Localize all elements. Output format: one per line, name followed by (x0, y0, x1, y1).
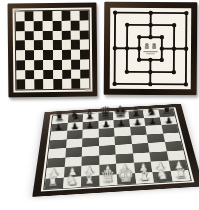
chess-square (163, 132, 181, 142)
white-pawn: ♟ (156, 161, 166, 171)
chess-square (145, 125, 162, 134)
chess-square (115, 144, 132, 154)
checkers-square (34, 70, 43, 80)
white-pawn: ♟ (85, 165, 95, 175)
black-queen: ♛ (98, 106, 112, 120)
checkers-square (43, 11, 52, 21)
checkers-square (43, 60, 52, 70)
checkers-square (52, 21, 61, 31)
checkers-square (53, 50, 62, 60)
chess-square (66, 130, 82, 139)
chess-square: ♟ (113, 119, 129, 128)
chess-square (130, 126, 147, 135)
product-photo: ♜♞♝♛♚♝♞♜♟♟♟♟♟♟♟♟♟♟♟♟♟♟♟♟♜♞♝♛♚♝♞♜ (0, 0, 199, 210)
checkers-square (71, 40, 80, 50)
black-pawn: ♟ (133, 117, 142, 126)
checkers-square (61, 30, 70, 40)
morris-center-emblem (143, 43, 158, 54)
checkers-square (44, 79, 53, 89)
checkers-square (34, 21, 43, 31)
checkers-square (62, 69, 71, 79)
checkers-square (25, 50, 34, 60)
chess-square: ♝ (81, 175, 99, 187)
checkers-board-border (13, 8, 93, 93)
checkers-square (16, 80, 25, 90)
checkers-square (34, 11, 43, 21)
chess-square: ♚ (117, 173, 136, 185)
chess-grid: ♜♞♝♛♚♝♞♜♟♟♟♟♟♟♟♟♟♟♟♟♟♟♟♟♜♞♝♛♚♝♞♜ (44, 109, 190, 190)
morris-diagram (110, 8, 192, 90)
checkers-square (71, 50, 80, 60)
checkers-square (16, 70, 25, 80)
white-pawn: ♟ (120, 163, 130, 173)
checkers-square (25, 21, 34, 31)
black-pawn: ♟ (55, 122, 64, 131)
checkers-square (80, 59, 89, 69)
black-knight: ♞ (146, 106, 157, 118)
chess-square: ♝ (135, 172, 154, 184)
black-pawn: ♟ (149, 116, 158, 125)
chess-square: ♛ (99, 174, 117, 186)
checkers-square (16, 41, 25, 51)
black-pawn: ♟ (86, 120, 95, 129)
chess-square: ♜ (170, 170, 190, 182)
checkers-square (25, 11, 34, 21)
checkers-square (44, 69, 53, 79)
checkers-square (80, 40, 89, 50)
chess-board: ♜♞♝♛♚♝♞♜♟♟♟♟♟♟♟♟♟♟♟♟♟♟♟♟♜♞♝♛♚♝♞♜ (32, 104, 199, 197)
corner-stamp (85, 89, 91, 91)
checkers-square (16, 11, 25, 21)
chess-square: ♟ (63, 166, 81, 177)
checkers-square (16, 21, 25, 31)
chess-board-border: ♜♞♝♛♚♝♞♜♟♟♟♟♟♟♟♟♟♟♟♟♟♟♟♟♜♞♝♛♚♝♞♜ (41, 107, 195, 191)
black-rook: ♜ (162, 106, 172, 117)
checkers-square (80, 30, 89, 40)
chess-square (66, 138, 83, 148)
chess-square (148, 142, 166, 152)
checkers-square (43, 40, 52, 50)
chess-square (98, 136, 115, 146)
checkers-square (34, 40, 43, 50)
black-pawn: ♟ (164, 115, 173, 124)
checkers-square (53, 69, 62, 79)
checkers-square (34, 50, 43, 60)
black-king: ♚ (113, 103, 128, 119)
checkers-square (25, 60, 34, 70)
checkers-square (80, 20, 89, 30)
chess-square: ♞ (152, 171, 172, 183)
checkers-square (80, 69, 89, 79)
white-pawn: ♟ (138, 162, 148, 172)
checkers-square (62, 79, 71, 89)
checkers-square (43, 21, 52, 31)
checkers-square (71, 69, 80, 79)
chess-square: ♜ (44, 177, 63, 189)
checkers-square (34, 60, 43, 70)
checkers-square (25, 31, 34, 41)
chess-square (47, 157, 65, 168)
checkers-square (25, 70, 34, 80)
checkers-square (52, 30, 61, 40)
checkers-square (53, 79, 62, 89)
checkers-square (62, 60, 71, 70)
morris-board (104, 2, 198, 96)
checkers-square (62, 50, 71, 60)
white-pawn: ♟ (49, 167, 59, 177)
black-pawn: ♟ (70, 121, 79, 130)
black-bishop: ♝ (130, 106, 142, 119)
black-rook: ♜ (54, 112, 64, 123)
checkers-square (62, 40, 71, 50)
checkers-square (25, 40, 34, 50)
white-pawn: ♟ (174, 159, 184, 169)
checkers-square (35, 79, 44, 89)
white-rook: ♜ (175, 168, 187, 181)
checkers-square (52, 11, 61, 21)
checkers-square (16, 50, 25, 60)
black-bishop: ♝ (84, 109, 96, 122)
white-pawn: ♟ (103, 164, 113, 174)
checkers-square (43, 50, 52, 60)
checkers-square (80, 79, 89, 89)
chess-square: ♟ (98, 120, 114, 129)
checkers-square (71, 59, 80, 69)
checkers-square (25, 79, 34, 89)
black-knight: ♞ (69, 110, 80, 122)
checkers-square (34, 31, 43, 41)
checkers-square (71, 79, 80, 89)
checkers-square (53, 60, 62, 70)
checkers-square (79, 11, 88, 21)
white-rook: ♜ (47, 175, 59, 188)
checkers-board (8, 3, 98, 98)
morris-board-field (110, 8, 192, 90)
checkers-grid (16, 11, 90, 90)
checkers-square (61, 11, 70, 21)
chess-square: ♞ (63, 176, 82, 188)
checkers-square (43, 31, 52, 41)
black-pawn: ♟ (102, 119, 111, 128)
checkers-square (16, 31, 25, 41)
checkers-square (61, 21, 70, 31)
checkers-square (70, 11, 79, 21)
checkers-square (16, 60, 25, 70)
chess-square (161, 124, 179, 133)
checkers-square (71, 30, 80, 40)
checkers-square (52, 40, 61, 50)
checkers-square (80, 50, 89, 60)
checkers-square (70, 20, 79, 30)
white-pawn: ♟ (67, 166, 77, 176)
